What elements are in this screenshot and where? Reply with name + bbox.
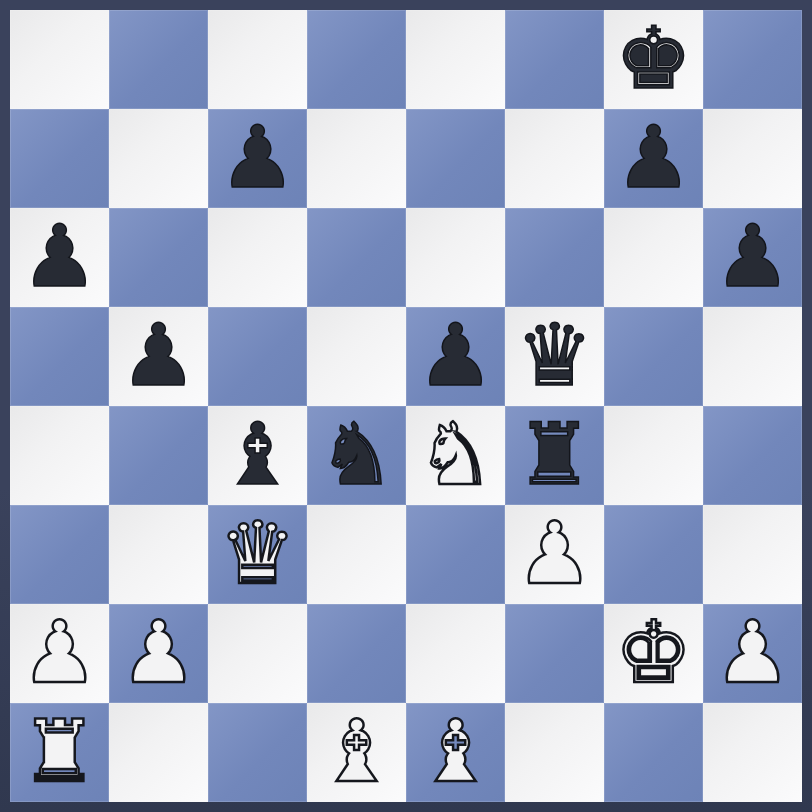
square-e8[interactable] (406, 10, 505, 109)
square-c7[interactable]: ♟ (208, 109, 307, 208)
square-f5[interactable]: ♛ (505, 307, 604, 406)
square-d1[interactable]: ♝ (307, 703, 406, 802)
square-e4[interactable]: ♞ (406, 406, 505, 505)
square-b4[interactable] (109, 406, 208, 505)
white-pawn[interactable]: ♟ (120, 609, 197, 695)
square-e7[interactable] (406, 109, 505, 208)
square-f3[interactable]: ♟ (505, 505, 604, 604)
square-d2[interactable] (307, 604, 406, 703)
square-e3[interactable] (406, 505, 505, 604)
square-c8[interactable] (208, 10, 307, 109)
square-f1[interactable] (505, 703, 604, 802)
chess-board: ♚♟♟♟♟♟♟♛♝♞♞♜♛♟♟♟♚♟♜♝♝ (10, 10, 802, 802)
square-g7[interactable]: ♟ (604, 109, 703, 208)
white-bishop[interactable]: ♝ (417, 708, 494, 794)
square-g1[interactable] (604, 703, 703, 802)
black-king[interactable]: ♚ (615, 15, 692, 101)
square-h5[interactable] (703, 307, 802, 406)
square-g2[interactable]: ♚ (604, 604, 703, 703)
square-a6[interactable]: ♟ (10, 208, 109, 307)
square-b3[interactable] (109, 505, 208, 604)
square-f7[interactable] (505, 109, 604, 208)
square-b6[interactable] (109, 208, 208, 307)
square-h8[interactable] (703, 10, 802, 109)
square-h6[interactable]: ♟ (703, 208, 802, 307)
black-queen[interactable]: ♛ (516, 312, 593, 398)
square-c1[interactable] (208, 703, 307, 802)
square-g3[interactable] (604, 505, 703, 604)
square-f2[interactable] (505, 604, 604, 703)
square-g6[interactable] (604, 208, 703, 307)
square-h7[interactable] (703, 109, 802, 208)
square-h3[interactable] (703, 505, 802, 604)
black-rook[interactable]: ♜ (516, 411, 593, 497)
square-b7[interactable] (109, 109, 208, 208)
square-g4[interactable] (604, 406, 703, 505)
square-f6[interactable] (505, 208, 604, 307)
square-e6[interactable] (406, 208, 505, 307)
square-b1[interactable] (109, 703, 208, 802)
square-g5[interactable] (604, 307, 703, 406)
square-c2[interactable] (208, 604, 307, 703)
square-a8[interactable] (10, 10, 109, 109)
black-pawn[interactable]: ♟ (21, 213, 98, 299)
square-f4[interactable]: ♜ (505, 406, 604, 505)
square-d6[interactable] (307, 208, 406, 307)
square-b5[interactable]: ♟ (109, 307, 208, 406)
square-g8[interactable]: ♚ (604, 10, 703, 109)
white-rook[interactable]: ♜ (21, 708, 98, 794)
black-knight[interactable]: ♞ (318, 411, 395, 497)
square-h1[interactable] (703, 703, 802, 802)
square-a5[interactable] (10, 307, 109, 406)
square-a3[interactable] (10, 505, 109, 604)
black-pawn[interactable]: ♟ (417, 312, 494, 398)
white-pawn[interactable]: ♟ (21, 609, 98, 695)
black-pawn[interactable]: ♟ (615, 114, 692, 200)
black-pawn[interactable]: ♟ (714, 213, 791, 299)
square-e5[interactable]: ♟ (406, 307, 505, 406)
square-d8[interactable] (307, 10, 406, 109)
square-d5[interactable] (307, 307, 406, 406)
square-a1[interactable]: ♜ (10, 703, 109, 802)
white-bishop[interactable]: ♝ (318, 708, 395, 794)
square-c4[interactable]: ♝ (208, 406, 307, 505)
square-d3[interactable] (307, 505, 406, 604)
white-queen[interactable]: ♛ (219, 510, 296, 596)
square-a7[interactable] (10, 109, 109, 208)
square-b2[interactable]: ♟ (109, 604, 208, 703)
square-h2[interactable]: ♟ (703, 604, 802, 703)
square-b8[interactable] (109, 10, 208, 109)
square-c3[interactable]: ♛ (208, 505, 307, 604)
board-frame: ♚♟♟♟♟♟♟♛♝♞♞♜♛♟♟♟♚♟♜♝♝ (0, 0, 812, 812)
white-king[interactable]: ♚ (615, 609, 692, 695)
black-pawn[interactable]: ♟ (120, 312, 197, 398)
square-d7[interactable] (307, 109, 406, 208)
black-pawn[interactable]: ♟ (219, 114, 296, 200)
square-e2[interactable] (406, 604, 505, 703)
square-a4[interactable] (10, 406, 109, 505)
square-e1[interactable]: ♝ (406, 703, 505, 802)
square-c6[interactable] (208, 208, 307, 307)
square-c5[interactable] (208, 307, 307, 406)
square-a2[interactable]: ♟ (10, 604, 109, 703)
black-bishop[interactable]: ♝ (219, 411, 296, 497)
square-h4[interactable] (703, 406, 802, 505)
square-d4[interactable]: ♞ (307, 406, 406, 505)
white-pawn[interactable]: ♟ (516, 510, 593, 596)
square-f8[interactable] (505, 10, 604, 109)
white-knight[interactable]: ♞ (417, 411, 494, 497)
white-pawn[interactable]: ♟ (714, 609, 791, 695)
